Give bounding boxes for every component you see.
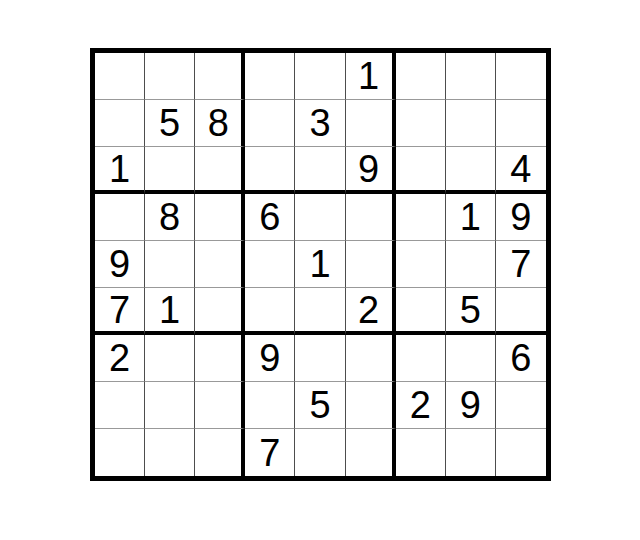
cell-r9c4[interactable]: 7: [245, 429, 295, 476]
cell-r5c8[interactable]: [446, 241, 496, 288]
cell-r8c6[interactable]: [346, 382, 396, 429]
cell-r2c3[interactable]: 8: [195, 100, 245, 147]
cell-r7c4[interactable]: 9: [245, 335, 295, 382]
cell-r4c6[interactable]: [346, 194, 396, 241]
cell-r6c9[interactable]: [496, 288, 546, 335]
cell-r6c1[interactable]: 7: [95, 288, 145, 335]
cell-r9c3[interactable]: [195, 429, 245, 476]
cell-r2c9[interactable]: [496, 100, 546, 147]
cell-r4c2[interactable]: 8: [145, 194, 195, 241]
cell-r6c8[interactable]: 5: [446, 288, 496, 335]
cell-r7c8[interactable]: [446, 335, 496, 382]
cell-r9c1[interactable]: [95, 429, 145, 476]
cell-r7c9[interactable]: 6: [496, 335, 546, 382]
cell-r2c1[interactable]: [95, 100, 145, 147]
cell-r8c4[interactable]: [245, 382, 295, 429]
cell-r7c5[interactable]: [295, 335, 345, 382]
cell-r8c8[interactable]: 9: [446, 382, 496, 429]
cell-r5c4[interactable]: [245, 241, 295, 288]
cell-r9c5[interactable]: [295, 429, 345, 476]
cell-r4c7[interactable]: [396, 194, 446, 241]
cell-r5c3[interactable]: [195, 241, 245, 288]
cell-r1c5[interactable]: [295, 53, 345, 100]
cell-r1c4[interactable]: [245, 53, 295, 100]
cell-r2c6[interactable]: [346, 100, 396, 147]
cell-r3c2[interactable]: [145, 147, 195, 194]
cell-r4c3[interactable]: [195, 194, 245, 241]
cell-r2c8[interactable]: [446, 100, 496, 147]
cell-r2c7[interactable]: [396, 100, 446, 147]
cell-r1c9[interactable]: [496, 53, 546, 100]
cell-r4c9[interactable]: 9: [496, 194, 546, 241]
cell-r6c6[interactable]: 2: [346, 288, 396, 335]
cell-r3c7[interactable]: [396, 147, 446, 194]
cell-r4c8[interactable]: 1: [446, 194, 496, 241]
cell-r1c8[interactable]: [446, 53, 496, 100]
cell-r2c4[interactable]: [245, 100, 295, 147]
cell-r9c8[interactable]: [446, 429, 496, 476]
cell-r1c1[interactable]: [95, 53, 145, 100]
cell-r8c1[interactable]: [95, 382, 145, 429]
cell-r6c7[interactable]: [396, 288, 446, 335]
sudoku-board: 1583194861991771252965297: [90, 48, 551, 481]
cell-r7c3[interactable]: [195, 335, 245, 382]
cell-r8c9[interactable]: [496, 382, 546, 429]
cell-r6c3[interactable]: [195, 288, 245, 335]
cell-r7c1[interactable]: 2: [95, 335, 145, 382]
cell-r6c2[interactable]: 1: [145, 288, 195, 335]
cell-r9c2[interactable]: [145, 429, 195, 476]
cell-r5c1[interactable]: 9: [95, 241, 145, 288]
cell-r4c1[interactable]: [95, 194, 145, 241]
cell-r3c8[interactable]: [446, 147, 496, 194]
cell-r1c3[interactable]: [195, 53, 245, 100]
cell-r8c2[interactable]: [145, 382, 195, 429]
cell-r9c6[interactable]: [346, 429, 396, 476]
cell-r1c2[interactable]: [145, 53, 195, 100]
cell-r8c5[interactable]: 5: [295, 382, 345, 429]
cell-r3c4[interactable]: [245, 147, 295, 194]
cell-r5c5[interactable]: 1: [295, 241, 345, 288]
cell-r1c6[interactable]: 1: [346, 53, 396, 100]
cell-r5c7[interactable]: [396, 241, 446, 288]
cell-r9c9[interactable]: [496, 429, 546, 476]
cell-r2c2[interactable]: 5: [145, 100, 195, 147]
cell-r8c7[interactable]: 2: [396, 382, 446, 429]
cell-r3c1[interactable]: 1: [95, 147, 145, 194]
cell-r3c5[interactable]: [295, 147, 345, 194]
cell-r9c7[interactable]: [396, 429, 446, 476]
cell-r3c6[interactable]: 9: [346, 147, 396, 194]
cell-r1c7[interactable]: [396, 53, 446, 100]
cell-r6c5[interactable]: [295, 288, 345, 335]
cell-r2c5[interactable]: 3: [295, 100, 345, 147]
cell-r4c5[interactable]: [295, 194, 345, 241]
cell-r3c9[interactable]: 4: [496, 147, 546, 194]
cell-r7c6[interactable]: [346, 335, 396, 382]
cell-r3c3[interactable]: [195, 147, 245, 194]
cell-r4c4[interactable]: 6: [245, 194, 295, 241]
cell-r6c4[interactable]: [245, 288, 295, 335]
cell-r5c6[interactable]: [346, 241, 396, 288]
cell-r8c3[interactable]: [195, 382, 245, 429]
cell-r5c2[interactable]: [145, 241, 195, 288]
cell-r7c2[interactable]: [145, 335, 195, 382]
cell-r5c9[interactable]: 7: [496, 241, 546, 288]
cell-r7c7[interactable]: [396, 335, 446, 382]
